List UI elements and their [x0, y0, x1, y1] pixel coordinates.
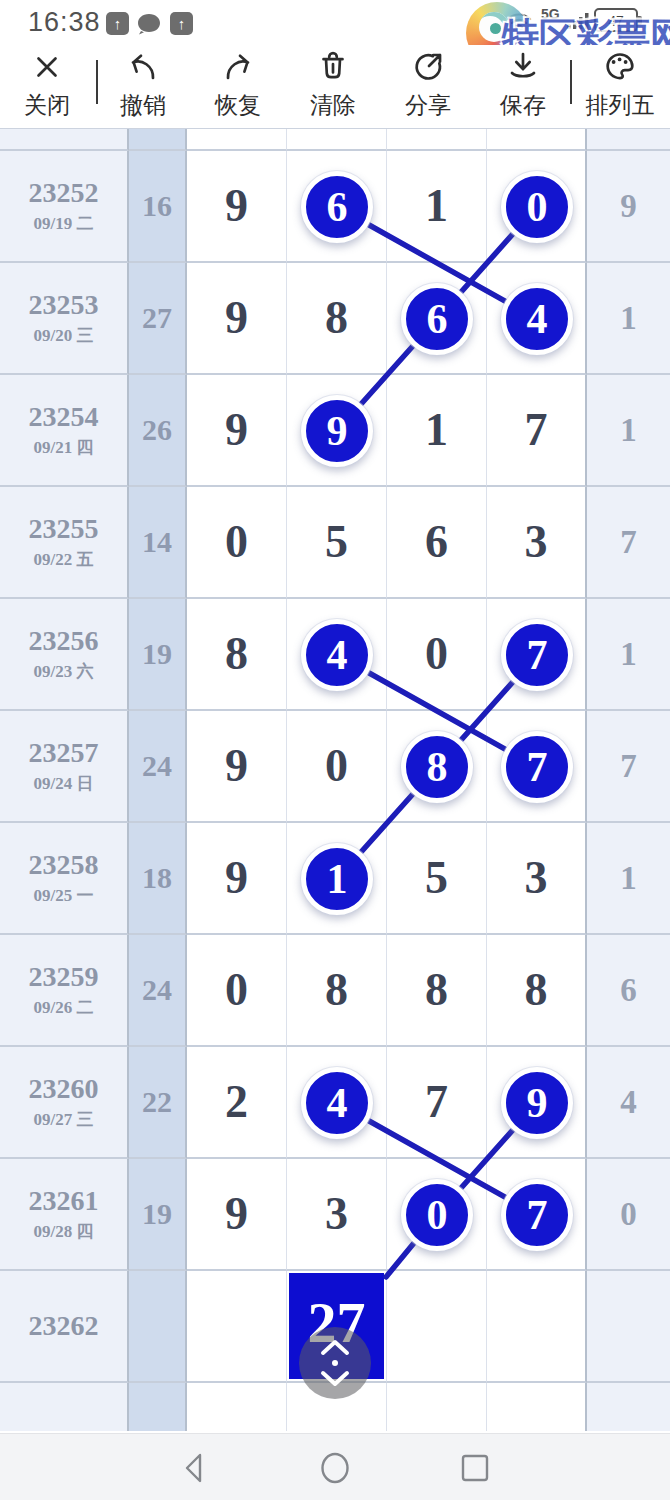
draw-date: 09/24 日: [34, 772, 94, 795]
digit-cell[interactable]: 3: [287, 1159, 387, 1271]
circled-digit-mark[interactable]: 7: [501, 619, 573, 691]
sum-value: 27: [129, 263, 187, 375]
undo-label: 撤销: [98, 90, 188, 121]
sum-value: 24: [129, 935, 187, 1047]
digit-cell[interactable]: 7: [387, 1047, 487, 1159]
clear-button[interactable]: 清除: [288, 49, 378, 121]
save-button[interactable]: 保存: [478, 49, 568, 121]
draw-date: 09/21 四: [34, 436, 94, 459]
sum-value: 19: [129, 1159, 187, 1271]
wifi-icon: [506, 12, 532, 32]
save-label: 保存: [478, 90, 568, 121]
empty-strip-cell: [487, 1383, 587, 1431]
upload-arrow-icon: ↑: [170, 12, 193, 35]
sum-value: 16: [129, 151, 187, 263]
empty-strip-cell: [0, 1383, 129, 1431]
battery-icon: 47: [594, 8, 638, 32]
draw-number: 23254: [29, 402, 99, 432]
empty-strip-cell: [0, 129, 129, 151]
circled-digit-mark[interactable]: 8: [401, 731, 473, 803]
digit-cell[interactable]: 9: [187, 1159, 287, 1271]
digit-cell[interactable]: 1: [587, 375, 670, 487]
android-nav-bar: [0, 1433, 670, 1500]
empty-strip-cell: [129, 1383, 187, 1431]
chart-button[interactable]: 排列五: [575, 49, 665, 121]
app-screen: 16:38 ↑ ↑ 5G 47 特区彩票网 www.tqcp.net 关闭撤销恢…: [0, 0, 670, 1500]
digit-cell[interactable]: 5: [287, 487, 387, 599]
draw-number: 23257: [29, 738, 99, 768]
draw-date: 09/22 五: [34, 548, 94, 571]
draw-label-23258: 2325809/25 一: [0, 823, 129, 935]
draw-date: 09/27 三: [34, 1108, 94, 1131]
sum-value: 22: [129, 1047, 187, 1159]
digit-cell[interactable]: 9: [187, 151, 287, 263]
circled-digit-mark[interactable]: 9: [301, 395, 373, 467]
draw-date: 09/25 一: [34, 884, 94, 907]
empty-strip-cell: [187, 129, 287, 151]
draw-date: 09/20 三: [34, 324, 94, 347]
redo-label: 恢复: [193, 90, 283, 121]
home-button[interactable]: [318, 1451, 352, 1485]
sum-value: 24: [129, 711, 187, 823]
sum-value: 19: [129, 599, 187, 711]
draw-number: 23259: [29, 962, 99, 992]
draw-label-23254: 2325409/21 四: [0, 375, 129, 487]
digit-cell[interactable]: 1: [387, 151, 487, 263]
undo-button[interactable]: 撤销: [98, 49, 188, 121]
digit-cell[interactable]: 8: [187, 599, 287, 711]
empty-strip-cell: [387, 1383, 487, 1431]
close-label: 关闭: [2, 90, 92, 121]
save-icon: [505, 71, 541, 88]
draw-label-23260: 2326009/27 三: [0, 1047, 129, 1159]
digit-cell[interactable]: 1: [587, 599, 670, 711]
recent-apps-button[interactable]: [458, 1451, 492, 1485]
draw-date: 09/28 四: [34, 1220, 94, 1243]
draw-number: 23258: [29, 850, 99, 880]
digit-cell[interactable]: 8: [487, 935, 587, 1047]
close-button[interactable]: 关闭: [2, 49, 92, 121]
digit-cell[interactable]: 0: [187, 487, 287, 599]
empty-strip-cell: [129, 129, 187, 151]
draw-number: 23252: [29, 178, 99, 208]
draw-label-23257: 2325709/24 日: [0, 711, 129, 823]
digit-cell[interactable]: 5: [387, 823, 487, 935]
recent-square-icon: [458, 1451, 492, 1485]
redo-icon: [220, 71, 256, 88]
digit-cell[interactable]: 4: [587, 1047, 670, 1159]
circled-digit-mark[interactable]: 0: [501, 171, 573, 243]
draw-label-23256: 2325609/23 六: [0, 599, 129, 711]
digit-cell[interactable]: 1: [587, 823, 670, 935]
share-button[interactable]: 分享: [383, 49, 473, 121]
digit-cell[interactable]: 0: [587, 1159, 670, 1271]
digit-cell[interactable]: 8: [287, 935, 387, 1047]
circled-digit-mark[interactable]: 9: [501, 1067, 573, 1139]
empty-strip-cell: [587, 129, 670, 151]
toolbar-divider: [96, 60, 98, 104]
palette-icon: [602, 71, 638, 88]
share-icon: [410, 71, 446, 88]
trash-icon: [315, 71, 351, 88]
circled-digit-mark[interactable]: 1: [301, 843, 373, 915]
digit-cell[interactable]: 9: [187, 711, 287, 823]
empty-strip-cell: [587, 1383, 670, 1431]
clear-label: 清除: [288, 90, 378, 121]
circled-digit-mark[interactable]: 7: [501, 1179, 573, 1251]
empty-strip-cell: [287, 129, 387, 151]
draw-number: 23256: [29, 626, 99, 656]
digit-cell[interactable]: [129, 1271, 187, 1383]
draw-number: 23262: [29, 1311, 99, 1341]
circled-digit-mark[interactable]: 4: [501, 283, 573, 355]
circled-digit-mark[interactable]: 6: [401, 283, 473, 355]
circled-digit-mark[interactable]: 4: [301, 619, 373, 691]
trend-chart-table: 2325209/19 二169192325309/20 三27981232540…: [0, 128, 670, 1431]
draw-number: 23260: [29, 1074, 99, 1104]
digit-cell[interactable]: 7: [487, 375, 587, 487]
digit-cell[interactable]: 2: [187, 1047, 287, 1159]
sum-value: 18: [129, 823, 187, 935]
draw-date: 09/23 六: [34, 660, 94, 683]
circled-digit-mark[interactable]: 7: [501, 731, 573, 803]
signal-bars-icon: [566, 12, 590, 30]
draw-label-23262: 23262: [0, 1271, 129, 1383]
digit-cell[interactable]: 1: [587, 263, 670, 375]
digit-cell[interactable]: 9: [587, 151, 670, 263]
digit-cell[interactable]: 8: [287, 263, 387, 375]
back-triangle-icon: [178, 1451, 212, 1485]
undo-icon: [125, 71, 161, 88]
chart-label: 排列五: [575, 90, 665, 121]
draw-label-23261: 2326109/28 四: [0, 1159, 129, 1271]
upload-arrow-icon: ↑: [106, 12, 129, 35]
draw-label-23253: 2325309/20 三: [0, 263, 129, 375]
empty-strip-cell: [487, 129, 587, 151]
sum-value: 14: [129, 487, 187, 599]
draw-label-23252: 2325209/19 二: [0, 151, 129, 263]
digit-cell[interactable]: 7: [587, 487, 670, 599]
digit-cell[interactable]: 9: [187, 263, 287, 375]
circled-digit-mark[interactable]: 6: [301, 171, 373, 243]
digit-cell[interactable]: 8: [387, 935, 487, 1047]
digit-cell[interactable]: [387, 1271, 487, 1383]
draw-label-23255: 2325509/22 五: [0, 487, 129, 599]
home-circle-icon: [318, 1451, 352, 1485]
share-label: 分享: [383, 90, 473, 121]
back-button[interactable]: [178, 1451, 212, 1485]
draw-label-23259: 2325909/26 二: [0, 935, 129, 1047]
redo-button[interactable]: 恢复: [193, 49, 283, 121]
clock-text: 16:38: [28, 7, 101, 38]
digit-cell[interactable]: [487, 1271, 587, 1383]
digit-cell[interactable]: [187, 1271, 287, 1383]
digit-cell[interactable]: 0: [287, 711, 387, 823]
draw-date: 09/19 二: [34, 212, 94, 235]
draw-number: 23261: [29, 1186, 99, 1216]
network-type-label: 5G: [541, 6, 560, 22]
digit-cell[interactable]: 9: [187, 823, 287, 935]
digit-cell[interactable]: 3: [487, 487, 587, 599]
battery-percent: 47: [608, 13, 624, 29]
digit-cell[interactable]: 9: [187, 375, 287, 487]
digit-cell[interactable]: [587, 1271, 670, 1383]
status-bar: 16:38 ↑ ↑ 5G 47: [0, 0, 670, 45]
drag-handle[interactable]: [299, 1327, 371, 1399]
circled-digit-mark[interactable]: 4: [301, 1067, 373, 1139]
draw-number: 23255: [29, 514, 99, 544]
empty-strip-cell: [387, 129, 487, 151]
digit-cell[interactable]: 6: [587, 935, 670, 1047]
drag-chevrons-icon: [314, 1334, 356, 1392]
close-icon: [29, 71, 65, 88]
digit-cell[interactable]: 6: [387, 487, 487, 599]
digit-cell[interactable]: 3: [487, 823, 587, 935]
digit-cell[interactable]: 0: [187, 935, 287, 1047]
digit-cell[interactable]: 7: [587, 711, 670, 823]
digit-cell[interactable]: 0: [387, 599, 487, 711]
digit-cell[interactable]: 1: [387, 375, 487, 487]
draw-number: 23253: [29, 290, 99, 320]
chat-bubble-icon: [136, 12, 162, 36]
circled-digit-mark[interactable]: 0: [401, 1179, 473, 1251]
sum-value: 26: [129, 375, 187, 487]
draw-date: 09/26 二: [34, 996, 94, 1019]
empty-strip-cell: [187, 1383, 287, 1431]
toolbar: 关闭撤销恢复清除分享保存排列五: [0, 45, 670, 128]
toolbar-divider: [570, 60, 572, 104]
